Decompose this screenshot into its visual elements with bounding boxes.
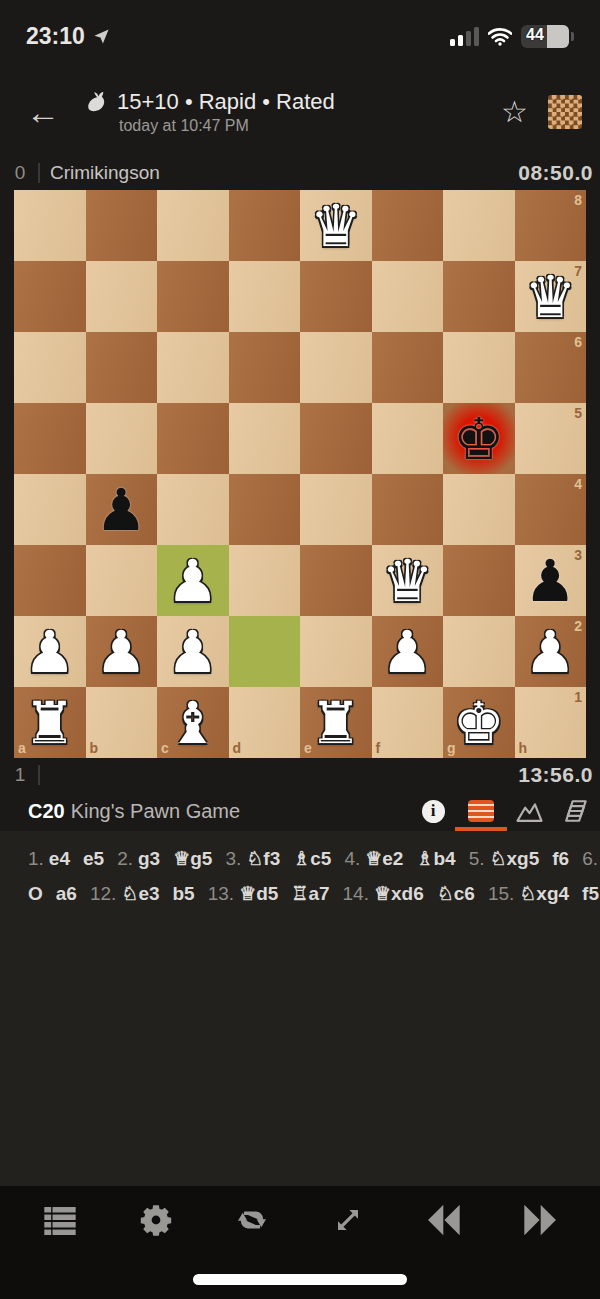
menu-button[interactable] (40, 1200, 80, 1240)
square-d3[interactable] (229, 545, 301, 616)
square-g4[interactable] (443, 474, 515, 545)
settings-button[interactable] (136, 1200, 176, 1240)
forward-button[interactable] (520, 1200, 560, 1240)
piece-wQ-f3: ♛ (381, 552, 433, 610)
square-c1[interactable]: ♝c (157, 687, 229, 758)
piece-bP-b4: ♟ (95, 481, 147, 539)
coord-rank-5: 5 (574, 406, 582, 420)
expand-arrows-icon (332, 1204, 364, 1236)
move-number: 13. (208, 883, 234, 904)
opponent-name: Crimikingson (50, 162, 518, 184)
square-c7[interactable] (157, 261, 229, 332)
piece-wP-c2: ♟ (167, 623, 219, 681)
square-h2[interactable]: ♟2 (515, 616, 587, 687)
player-clock: 13:56.0 (518, 763, 596, 787)
square-b1[interactable]: b (86, 687, 158, 758)
square-c3[interactable]: ♟ (157, 545, 229, 616)
square-a2[interactable]: ♟ (14, 616, 86, 687)
coord-rank-8: 8 (574, 193, 582, 207)
square-h7[interactable]: ♛7 (515, 261, 587, 332)
move-list: 1.e4e52.g3♕g53.♘f3♗c54.♕e2♗b45.♘xg5f66.♘… (0, 831, 600, 1186)
square-d5[interactable] (229, 403, 301, 474)
bottom-toolbar (0, 1186, 600, 1299)
square-b6[interactable] (86, 332, 158, 403)
square-b5[interactable] (86, 403, 158, 474)
square-e8[interactable]: ♛ (300, 190, 372, 261)
coord-file-g: g (447, 741, 456, 755)
coord-rank-4: 4 (574, 477, 582, 491)
square-h6[interactable]: 6 (515, 332, 587, 403)
coord-rank-7: 7 (574, 264, 582, 278)
move-white[interactable]: ♘e3 (121, 883, 159, 904)
move-white[interactable]: ♕d5 (239, 883, 278, 904)
square-c6[interactable] (157, 332, 229, 403)
square-c8[interactable] (157, 190, 229, 261)
piece-wR-e1: ♜ (310, 694, 362, 752)
game-date: today at 10:47 PM (82, 117, 481, 135)
square-a6[interactable] (14, 332, 86, 403)
coord-file-b: b (90, 741, 99, 755)
square-f2[interactable]: ♟ (372, 616, 444, 687)
move-white[interactable]: ♘f3 (246, 848, 280, 869)
tab-analysis[interactable] (514, 794, 544, 828)
square-a7[interactable] (14, 261, 86, 332)
move-black[interactable]: e5 (83, 848, 104, 869)
move-black[interactable]: f6 (552, 848, 569, 869)
piece-wK-g1: ♚ (453, 694, 505, 752)
rewind-button[interactable] (424, 1200, 464, 1240)
piece-wP-h2: ♟ (524, 623, 576, 681)
battery-percent: 44 (526, 26, 544, 44)
piece-wR-a1: ♜ (24, 694, 76, 752)
square-h3[interactable]: ♟3 (515, 545, 587, 616)
square-g6[interactable] (443, 332, 515, 403)
move-black[interactable]: ♘c6 (437, 883, 475, 904)
coord-file-h: h (519, 741, 528, 755)
status-bar: 23:10 44 (0, 0, 600, 62)
square-g1[interactable]: ♚g (443, 687, 515, 758)
piece-wP-f2: ♟ (381, 623, 433, 681)
square-h8[interactable]: 8 (515, 190, 587, 261)
opening-title: King's Pawn Game (71, 800, 240, 822)
expand-button[interactable] (328, 1200, 368, 1240)
square-b7[interactable] (86, 261, 158, 332)
square-d6[interactable] (229, 332, 301, 403)
move-black[interactable]: ♗c5 (293, 848, 331, 869)
gear-icon (140, 1204, 172, 1236)
move-number: 5. (469, 848, 485, 869)
square-d1[interactable]: d (229, 687, 301, 758)
flip-board-button[interactable] (232, 1200, 272, 1240)
menu-list-icon (43, 1205, 77, 1235)
cycle-arrows-icon (235, 1204, 269, 1236)
square-f4[interactable] (372, 474, 444, 545)
cellular-signal-icon (450, 27, 479, 46)
square-f8[interactable] (372, 190, 444, 261)
opening-eco: C20 (28, 800, 65, 822)
tab-info[interactable]: i (418, 794, 448, 828)
square-g2[interactable] (443, 616, 515, 687)
game-title: 15+10 • Rapid • Rated (117, 89, 335, 115)
opponent-score: 0 (12, 162, 28, 184)
move-white[interactable]: g3 (138, 848, 160, 869)
coord-file-a: a (18, 741, 26, 755)
move-white[interactable]: ♕xd6 (374, 883, 424, 904)
piece-bP-h3: ♟ (524, 552, 576, 610)
square-e1[interactable]: ♜e (300, 687, 372, 758)
board-thumbnail-icon (548, 95, 582, 129)
square-e7[interactable] (300, 261, 372, 332)
move-white[interactable]: ♘xg4 (519, 883, 569, 904)
piece-wP-a2: ♟ (24, 623, 76, 681)
home-indicator[interactable] (193, 1274, 407, 1285)
move-white[interactable]: e4 (49, 848, 70, 869)
square-d7[interactable] (229, 261, 301, 332)
coord-rank-2: 2 (574, 619, 582, 633)
square-g3[interactable] (443, 545, 515, 616)
move-black[interactable]: ♖a7 (291, 883, 329, 904)
rapid-rabbit-icon (82, 89, 108, 115)
battery-icon: 44 (521, 25, 569, 48)
book-icon (564, 798, 590, 824)
square-b3[interactable] (86, 545, 158, 616)
fast-forward-icon (522, 1205, 558, 1235)
square-a4[interactable] (14, 474, 86, 545)
piece-wP-b2: ♟ (95, 623, 147, 681)
square-g8[interactable] (443, 190, 515, 261)
square-f3[interactable]: ♛ (372, 545, 444, 616)
piece-wP-c3: ♟ (167, 552, 219, 610)
move-number: 4. (344, 848, 360, 869)
move-black[interactable]: ♗b4 (416, 848, 455, 869)
fast-rewind-icon (426, 1205, 462, 1235)
piece-wQ-e8: ♛ (310, 197, 362, 255)
info-icon: i (422, 800, 445, 823)
opening-bar: C20King's Pawn Game i (0, 791, 600, 831)
coord-rank-1: 1 (574, 690, 582, 704)
square-f7[interactable] (372, 261, 444, 332)
square-h1[interactable]: h1 (515, 687, 587, 758)
opponent-bar: 0 Crimikingson 08:50.0 (0, 155, 600, 190)
move-number: 12. (90, 883, 116, 904)
piece-bK-g5: ♚ (453, 410, 505, 468)
move-number: 14. (343, 883, 369, 904)
square-e3[interactable] (300, 545, 372, 616)
score-separator (38, 765, 40, 785)
square-d2[interactable] (229, 616, 301, 687)
square-e6[interactable] (300, 332, 372, 403)
square-a3[interactable] (14, 545, 86, 616)
location-arrow-icon (93, 28, 110, 45)
coord-file-e: e (304, 741, 312, 755)
coord-file-d: d (233, 741, 242, 755)
score-separator (38, 163, 40, 183)
player-score: 1 (12, 764, 28, 786)
move-list-icon (468, 800, 494, 822)
piece-wB-c1: ♝ (167, 694, 219, 752)
battery-nub (571, 32, 574, 41)
move-number: 2. (117, 848, 133, 869)
back-button[interactable]: ← (18, 95, 68, 129)
square-c2[interactable]: ♟ (157, 616, 229, 687)
square-e5[interactable] (300, 403, 372, 474)
square-a5[interactable] (14, 403, 86, 474)
square-e4[interactable] (300, 474, 372, 545)
move-black[interactable]: b5 (173, 883, 195, 904)
square-a8[interactable] (14, 190, 86, 261)
square-f5[interactable] (372, 403, 444, 474)
square-h4[interactable]: 4 (515, 474, 587, 545)
chess-board[interactable]: ♛8♛76♚5♟4♟♛♟3♟♟♟♟♟2♜ab♝cd♜ef♚gh1 (14, 190, 586, 758)
move-white[interactable]: ♕e2 (365, 848, 403, 869)
square-c5[interactable] (157, 403, 229, 474)
game-header: ← 15+10 • Rapid • Rated today at 10:47 P… (0, 62, 600, 155)
move-black[interactable]: f5 (582, 883, 599, 904)
wifi-icon (488, 27, 512, 46)
tab-book[interactable] (562, 794, 592, 828)
move-black[interactable]: ♕g5 (173, 848, 212, 869)
coord-file-f: f (376, 741, 381, 755)
square-h5[interactable]: 5 (515, 403, 587, 474)
move-black[interactable]: a6 (56, 883, 77, 904)
opening-name: C20King's Pawn Game (28, 800, 400, 823)
coord-rank-3: 3 (574, 548, 582, 562)
move-number: 3. (225, 848, 241, 869)
move-number: 1. (28, 848, 44, 869)
piece-wQ-h7: ♛ (524, 268, 576, 326)
move-number: 15. (488, 883, 514, 904)
coord-rank-6: 6 (574, 335, 582, 349)
square-d4[interactable] (229, 474, 301, 545)
square-g7[interactable] (443, 261, 515, 332)
coord-file-c: c (161, 741, 169, 755)
square-f6[interactable] (372, 332, 444, 403)
status-clock: 23:10 (26, 23, 85, 50)
square-d8[interactable] (229, 190, 301, 261)
opponent-clock: 08:50.0 (518, 161, 596, 185)
tab-moves[interactable] (466, 794, 496, 828)
square-f1[interactable]: f (372, 687, 444, 758)
square-c4[interactable] (157, 474, 229, 545)
move-white[interactable]: ♘xg5 (489, 848, 539, 869)
chart-icon (516, 799, 543, 823)
move-number: 6. (582, 848, 598, 869)
square-b2[interactable]: ♟ (86, 616, 158, 687)
square-g5[interactable]: ♚ (443, 403, 515, 474)
square-b8[interactable] (86, 190, 158, 261)
player-bar: 1 13:56.0 (0, 758, 600, 791)
square-a1[interactable]: ♜a (14, 687, 86, 758)
square-b4[interactable]: ♟ (86, 474, 158, 545)
square-e2[interactable] (300, 616, 372, 687)
bookmark-star-button[interactable]: ☆ (495, 94, 534, 129)
